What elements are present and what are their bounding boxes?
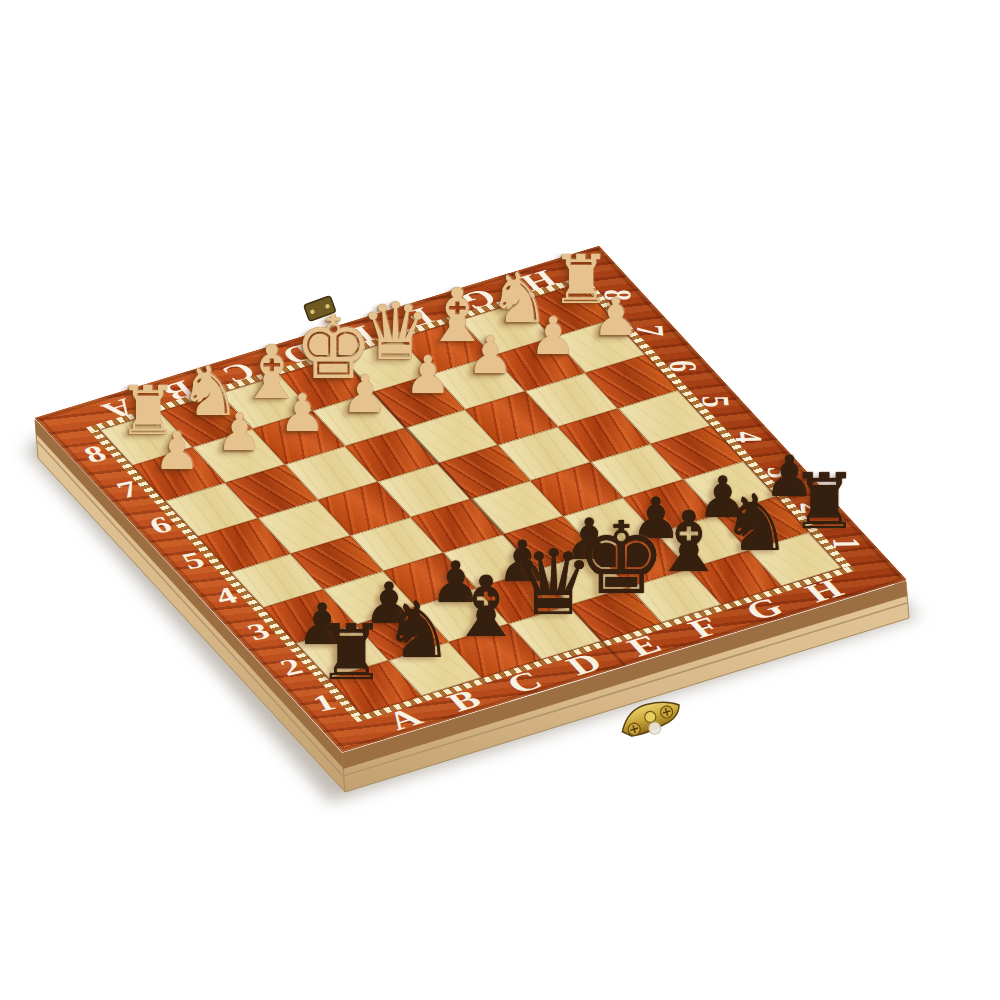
piece-light-p-f7[interactable]: ♟ [467,330,514,382]
clasp-screw-left [627,722,642,737]
piece-dark-r-a1[interactable]: ♜ [317,615,385,691]
brass-clasp [617,695,685,743]
piece-light-p-a7[interactable]: ♟ [154,425,201,477]
piece-dark-n-b1[interactable]: ♞ [384,592,454,670]
piece-light-p-c7[interactable]: ♟ [279,387,326,439]
piece-dark-r-h1[interactable]: ♜ [790,464,858,540]
piece-light-p-b7[interactable]: ♟ [216,406,263,458]
piece-dark-q-d1[interactable]: ♛ [513,539,594,629]
piece-light-p-d7[interactable]: ♟ [342,368,389,420]
clasp-screw-right [659,704,674,719]
piece-dark-n-g1[interactable]: ♞ [721,484,791,562]
chess-set-photo: ABCDEFGH ABCDEFGH 87654321 87654321 [0,0,1000,1000]
piece-light-p-e7[interactable]: ♟ [404,349,451,401]
clasp-boss [643,710,657,724]
piece-light-p-g7[interactable]: ♟ [530,311,577,363]
piece-dark-b-c1[interactable]: ♝ [448,565,523,649]
clasp-bead [647,721,662,736]
piece-light-p-h7[interactable]: ♟ [592,291,639,343]
